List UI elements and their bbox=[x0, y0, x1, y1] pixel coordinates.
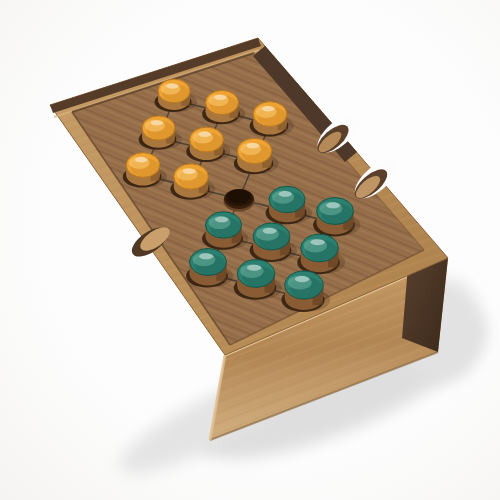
peg-specular bbox=[198, 132, 211, 137]
peg-specular bbox=[135, 157, 148, 162]
empty-hole[interactable] bbox=[224, 189, 255, 212]
peg-specular bbox=[151, 120, 163, 125]
peg-specular bbox=[246, 143, 259, 149]
peg-specular bbox=[247, 265, 261, 271]
peg-specular bbox=[183, 168, 196, 174]
peg-specular bbox=[278, 191, 292, 197]
peg-specular bbox=[263, 228, 277, 234]
peg-specular bbox=[262, 106, 275, 111]
hole-bottom bbox=[228, 190, 250, 204]
peg-specular bbox=[295, 276, 310, 282]
photo-scene bbox=[0, 0, 500, 500]
peg-specular bbox=[166, 83, 178, 88]
peg-specular bbox=[214, 95, 226, 100]
peg-specular bbox=[215, 217, 229, 223]
peg-specular bbox=[310, 239, 324, 245]
puzzle-box-illustration bbox=[0, 0, 500, 500]
peg-specular bbox=[199, 253, 213, 259]
peg-specular bbox=[326, 202, 340, 208]
